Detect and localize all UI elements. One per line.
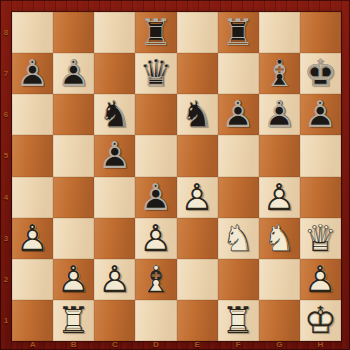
black-pawn[interactable]: ♟♙ — [135, 177, 176, 218]
square-g6[interactable]: ♟♙ — [259, 94, 300, 135]
square-h8[interactable] — [300, 12, 341, 53]
square-b8[interactable] — [53, 12, 94, 53]
square-d7[interactable]: ♛♕ — [135, 53, 176, 94]
board: ♜♖♜♖♟♙♟♙♛♕♝♗♚♔♞♘♞♘♟♙♟♙♟♙♟♙♟♙♟♙♟♙♟♙♟♙♞♘♞♘… — [12, 12, 341, 341]
square-e3[interactable] — [177, 218, 218, 259]
square-h4[interactable] — [300, 177, 341, 218]
square-f2[interactable] — [218, 259, 259, 300]
black-queen[interactable]: ♛♕ — [135, 53, 176, 94]
square-e7[interactable] — [177, 53, 218, 94]
square-g4[interactable]: ♟♙ — [259, 177, 300, 218]
square-f7[interactable] — [218, 53, 259, 94]
white-rook[interactable]: ♜♖ — [218, 300, 259, 341]
piece-outline-glyph: ♙ — [300, 94, 341, 135]
file-label: D — [135, 338, 176, 350]
file-label: E — [177, 338, 218, 350]
piece-outline-glyph: ♙ — [177, 177, 218, 218]
piece-outline-glyph: ♙ — [259, 177, 300, 218]
square-c2[interactable]: ♟♙ — [94, 259, 135, 300]
file-labels: ABCDEFGH — [12, 338, 341, 350]
piece-outline-glyph: ♙ — [300, 259, 341, 300]
square-g2[interactable] — [259, 259, 300, 300]
white-pawn[interactable]: ♟♙ — [259, 177, 300, 218]
square-d4[interactable]: ♟♙ — [135, 177, 176, 218]
piece-outline-glyph: ♙ — [94, 259, 135, 300]
piece-outline-glyph: ♖ — [53, 300, 94, 341]
piece-outline-glyph: ♘ — [94, 94, 135, 135]
square-h6[interactable]: ♟♙ — [300, 94, 341, 135]
black-pawn[interactable]: ♟♙ — [259, 94, 300, 135]
black-pawn[interactable]: ♟♙ — [218, 94, 259, 135]
square-h5[interactable] — [300, 135, 341, 176]
piece-outline-glyph: ♙ — [53, 259, 94, 300]
square-f4[interactable] — [218, 177, 259, 218]
white-pawn[interactable]: ♟♙ — [94, 259, 135, 300]
square-a7[interactable]: ♟♙ — [12, 53, 53, 94]
square-c4[interactable] — [94, 177, 135, 218]
square-g1[interactable] — [259, 300, 300, 341]
rank-label: 6 — [0, 94, 12, 135]
piece-outline-glyph: ♙ — [53, 53, 94, 94]
black-pawn[interactable]: ♟♙ — [53, 53, 94, 94]
square-f6[interactable]: ♟♙ — [218, 94, 259, 135]
square-a6[interactable] — [12, 94, 53, 135]
black-rook[interactable]: ♜♖ — [218, 12, 259, 53]
square-e8[interactable] — [177, 12, 218, 53]
square-a3[interactable]: ♟♙ — [12, 218, 53, 259]
white-bishop[interactable]: ♝♗ — [135, 259, 176, 300]
white-knight[interactable]: ♞♘ — [259, 218, 300, 259]
file-label: B — [53, 338, 94, 350]
square-e5[interactable] — [177, 135, 218, 176]
black-king[interactable]: ♚♔ — [300, 53, 341, 94]
file-label: F — [218, 338, 259, 350]
rank-label: 4 — [0, 177, 12, 218]
piece-outline-glyph: ♔ — [300, 300, 341, 341]
square-f1[interactable]: ♜♖ — [218, 300, 259, 341]
white-pawn[interactable]: ♟♙ — [12, 218, 53, 259]
piece-outline-glyph: ♙ — [259, 94, 300, 135]
piece-outline-glyph: ♘ — [218, 218, 259, 259]
square-e4[interactable]: ♟♙ — [177, 177, 218, 218]
square-d2[interactable]: ♝♗ — [135, 259, 176, 300]
white-pawn[interactable]: ♟♙ — [135, 218, 176, 259]
square-a2[interactable] — [12, 259, 53, 300]
black-pawn[interactable]: ♟♙ — [94, 135, 135, 176]
square-a4[interactable] — [12, 177, 53, 218]
square-a5[interactable] — [12, 135, 53, 176]
piece-outline-glyph: ♙ — [218, 94, 259, 135]
black-pawn[interactable]: ♟♙ — [300, 94, 341, 135]
rank-label: 5 — [0, 135, 12, 176]
square-b2[interactable]: ♟♙ — [53, 259, 94, 300]
square-h7[interactable]: ♚♔ — [300, 53, 341, 94]
square-d3[interactable]: ♟♙ — [135, 218, 176, 259]
square-b6[interactable] — [53, 94, 94, 135]
square-h2[interactable]: ♟♙ — [300, 259, 341, 300]
square-g3[interactable]: ♞♘ — [259, 218, 300, 259]
piece-outline-glyph: ♗ — [259, 53, 300, 94]
file-label: G — [259, 338, 300, 350]
piece-outline-glyph: ♕ — [135, 53, 176, 94]
piece-outline-glyph: ♙ — [12, 53, 53, 94]
piece-outline-glyph: ♗ — [135, 259, 176, 300]
square-b7[interactable]: ♟♙ — [53, 53, 94, 94]
square-c5[interactable]: ♟♙ — [94, 135, 135, 176]
black-knight[interactable]: ♞♘ — [177, 94, 218, 135]
piece-outline-glyph: ♖ — [218, 300, 259, 341]
file-label: C — [94, 338, 135, 350]
square-f8[interactable]: ♜♖ — [218, 12, 259, 53]
white-pawn[interactable]: ♟♙ — [300, 259, 341, 300]
piece-outline-glyph: ♔ — [300, 53, 341, 94]
square-g7[interactable]: ♝♗ — [259, 53, 300, 94]
file-label: H — [300, 338, 341, 350]
piece-outline-glyph: ♖ — [135, 12, 176, 53]
square-a1[interactable] — [12, 300, 53, 341]
piece-outline-glyph: ♕ — [300, 218, 341, 259]
white-pawn[interactable]: ♟♙ — [177, 177, 218, 218]
piece-outline-glyph: ♙ — [135, 177, 176, 218]
square-c1[interactable] — [94, 300, 135, 341]
chess-board-frame: 87654321 ♜♖♜♖♟♙♟♙♛♕♝♗♚♔♞♘♞♘♟♙♟♙♟♙♟♙♟♙♟♙♟… — [0, 0, 350, 350]
white-king[interactable]: ♚♔ — [300, 300, 341, 341]
white-knight[interactable]: ♞♘ — [218, 218, 259, 259]
square-a8[interactable] — [12, 12, 53, 53]
rank-label: 3 — [0, 218, 12, 259]
square-b5[interactable] — [53, 135, 94, 176]
square-e6[interactable]: ♞♘ — [177, 94, 218, 135]
square-e1[interactable] — [177, 300, 218, 341]
square-f5[interactable] — [218, 135, 259, 176]
piece-outline-glyph: ♘ — [259, 218, 300, 259]
white-pawn[interactable]: ♟♙ — [53, 259, 94, 300]
square-d6[interactable] — [135, 94, 176, 135]
square-c7[interactable] — [94, 53, 135, 94]
square-h1[interactable]: ♚♔ — [300, 300, 341, 341]
white-rook[interactable]: ♜♖ — [53, 300, 94, 341]
black-rook[interactable]: ♜♖ — [135, 12, 176, 53]
black-pawn[interactable]: ♟♙ — [12, 53, 53, 94]
file-label: A — [12, 338, 53, 350]
square-c8[interactable] — [94, 12, 135, 53]
black-knight[interactable]: ♞♘ — [94, 94, 135, 135]
piece-outline-glyph: ♘ — [177, 94, 218, 135]
square-c3[interactable] — [94, 218, 135, 259]
rank-label: 8 — [0, 12, 12, 53]
square-d1[interactable] — [135, 300, 176, 341]
rank-label: 2 — [0, 259, 12, 300]
piece-outline-glyph: ♖ — [218, 12, 259, 53]
rank-labels: 87654321 — [0, 12, 12, 341]
square-g8[interactable] — [259, 12, 300, 53]
rank-label: 7 — [0, 53, 12, 94]
white-queen[interactable]: ♛♕ — [300, 218, 341, 259]
square-b1[interactable]: ♜♖ — [53, 300, 94, 341]
square-g5[interactable] — [259, 135, 300, 176]
square-b3[interactable] — [53, 218, 94, 259]
rank-label: 1 — [0, 300, 12, 341]
piece-outline-glyph: ♙ — [135, 218, 176, 259]
square-f3[interactable]: ♞♘ — [218, 218, 259, 259]
square-d8[interactable]: ♜♖ — [135, 12, 176, 53]
black-bishop[interactable]: ♝♗ — [259, 53, 300, 94]
piece-outline-glyph: ♙ — [12, 218, 53, 259]
square-e2[interactable] — [177, 259, 218, 300]
square-b4[interactable] — [53, 177, 94, 218]
piece-outline-glyph: ♙ — [94, 135, 135, 176]
square-c6[interactable]: ♞♘ — [94, 94, 135, 135]
square-h3[interactable]: ♛♕ — [300, 218, 341, 259]
square-d5[interactable] — [135, 135, 176, 176]
